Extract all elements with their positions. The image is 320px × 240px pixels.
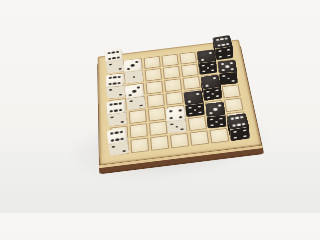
- die-front-face: [108, 142, 129, 156]
- pip: [202, 70, 205, 72]
- pip: [218, 104, 222, 107]
- cell-d4[interactable]: [165, 91, 183, 105]
- pip: [189, 112, 192, 114]
- cell-a1[interactable]: [108, 60, 125, 73]
- pip: [175, 126, 178, 128]
- cell-f4[interactable]: [202, 86, 221, 100]
- cell-c7[interactable]: [150, 135, 169, 150]
- pip: [243, 129, 246, 132]
- pip: [216, 95, 219, 98]
- cell-b7[interactable]: [130, 137, 149, 153]
- pip: [232, 80, 235, 82]
- pip: [219, 56, 222, 58]
- pip: [230, 117, 234, 120]
- board-grid: [98, 39, 262, 165]
- pip: [216, 89, 219, 92]
- pip: [237, 123, 241, 126]
- pip: [217, 44, 221, 47]
- white-die-d6[interactable]: [168, 118, 187, 133]
- pip: [221, 63, 225, 66]
- die-front-face: [167, 120, 187, 133]
- pip: [211, 63, 214, 65]
- white-die-a3[interactable]: [108, 85, 126, 99]
- die-front-face: [219, 72, 238, 85]
- pip: [117, 76, 120, 79]
- pip: [226, 65, 230, 68]
- game-board: [98, 39, 262, 165]
- die-front-face: [126, 96, 146, 110]
- pip: [210, 118, 213, 120]
- pip: [112, 57, 115, 60]
- white-die-a7[interactable]: [109, 139, 129, 156]
- cell-b5[interactable]: [128, 109, 146, 124]
- pip: [221, 43, 225, 46]
- pip: [209, 112, 213, 115]
- product-photo: [0, 0, 320, 213]
- pip: [206, 67, 209, 69]
- pip: [207, 96, 210, 99]
- pip: [188, 100, 192, 103]
- pip: [115, 131, 119, 134]
- pip: [227, 49, 230, 51]
- pip: [239, 116, 243, 119]
- pip: [111, 139, 115, 142]
- pip: [222, 69, 226, 72]
- pip: [132, 76, 135, 78]
- die-front-face: [230, 127, 250, 142]
- cell-c4[interactable]: [146, 93, 164, 107]
- cell-d1[interactable]: [161, 54, 178, 67]
- pip: [115, 138, 119, 141]
- black-die-f4[interactable]: [201, 86, 222, 101]
- cell-c1[interactable]: [143, 56, 160, 69]
- cell-g7[interactable]: [228, 125, 248, 140]
- pip: [198, 105, 201, 107]
- pip: [136, 86, 140, 89]
- pip: [120, 137, 124, 140]
- cell-g4[interactable]: [221, 84, 240, 98]
- pip: [109, 63, 112, 65]
- black-die-e5[interactable]: [185, 102, 205, 117]
- cell-d6[interactable]: [168, 118, 187, 133]
- pip: [109, 89, 112, 91]
- pip: [211, 93, 214, 96]
- pip: [108, 52, 111, 55]
- cell-c6[interactable]: [148, 121, 167, 136]
- pip: [212, 77, 216, 80]
- pip: [202, 64, 205, 66]
- black-die-f2[interactable]: [198, 61, 217, 75]
- pip: [208, 52, 212, 55]
- pip: [119, 68, 122, 70]
- pip: [201, 58, 205, 61]
- die-front-face: [106, 86, 126, 99]
- pip: [226, 43, 230, 46]
- black-die-g7[interactable]: [228, 125, 250, 142]
- pip: [196, 93, 200, 96]
- pip: [127, 67, 130, 70]
- pip: [199, 111, 202, 113]
- pip: [229, 62, 233, 65]
- pip: [241, 122, 245, 125]
- cell-a3[interactable]: [108, 85, 125, 99]
- pip: [121, 121, 124, 123]
- pip: [210, 124, 213, 126]
- pip: [140, 104, 143, 106]
- pip: [131, 64, 134, 67]
- pip: [220, 117, 223, 119]
- pip: [222, 75, 225, 77]
- pip: [224, 37, 228, 40]
- scene: [70, 0, 278, 202]
- pip: [213, 108, 217, 111]
- pip: [218, 50, 221, 52]
- pip: [110, 132, 114, 135]
- pip: [205, 84, 209, 87]
- pip: [119, 94, 122, 96]
- pip: [228, 54, 231, 56]
- pip: [170, 123, 173, 125]
- cell-b6[interactable]: [129, 123, 147, 138]
- pip: [116, 51, 119, 54]
- cell-f2[interactable]: [198, 61, 216, 74]
- pip: [215, 121, 218, 123]
- pip: [135, 61, 138, 64]
- pip: [230, 68, 234, 71]
- pip: [117, 82, 120, 85]
- cell-d3[interactable]: [164, 78, 182, 92]
- pip: [111, 146, 115, 149]
- pip: [216, 39, 220, 42]
- pip: [118, 102, 122, 105]
- cell-f6[interactable]: [207, 113, 227, 128]
- pip: [109, 77, 112, 80]
- pip: [109, 103, 113, 106]
- pip: [206, 91, 209, 94]
- pip: [132, 90, 136, 93]
- cell-a7[interactable]: [110, 140, 128, 156]
- pip: [112, 51, 115, 54]
- pip: [170, 116, 174, 119]
- pip: [211, 69, 214, 71]
- die-front-face: [185, 103, 205, 117]
- cell-e1[interactable]: [179, 51, 197, 64]
- cell-e7[interactable]: [189, 130, 209, 145]
- pip: [119, 108, 123, 111]
- pip: [108, 57, 111, 60]
- pip: [116, 56, 119, 59]
- pip: [123, 150, 126, 153]
- pip: [109, 82, 112, 85]
- pip: [193, 109, 196, 111]
- cell-c3[interactable]: [145, 80, 163, 94]
- pip: [129, 100, 132, 103]
- pip: [114, 103, 118, 106]
- pip: [179, 116, 183, 119]
- cell-d7[interactable]: [169, 133, 188, 148]
- cell-e6[interactable]: [187, 116, 206, 131]
- pip: [128, 94, 132, 97]
- cell-c2[interactable]: [144, 68, 161, 81]
- pip: [243, 135, 246, 138]
- cell-d2[interactable]: [162, 66, 180, 79]
- cell-e2[interactable]: [180, 63, 198, 76]
- cell-b4[interactable]: [128, 96, 146, 110]
- pip: [114, 109, 118, 112]
- pip: [178, 109, 182, 112]
- pip: [110, 110, 114, 113]
- pip: [110, 116, 113, 118]
- cell-e3[interactable]: [182, 76, 200, 90]
- cell-g3[interactable]: [219, 71, 238, 84]
- black-die-f6[interactable]: [206, 113, 226, 128]
- pip: [119, 130, 123, 133]
- pip: [235, 116, 239, 119]
- pip: [220, 123, 223, 125]
- pip: [188, 107, 191, 109]
- cell-f7[interactable]: [209, 128, 229, 143]
- pip: [220, 38, 224, 41]
- die-front-face: [203, 87, 222, 101]
- white-die-b4[interactable]: [127, 95, 146, 110]
- die-front-face: [199, 61, 218, 75]
- pip: [234, 136, 237, 139]
- die-front-face: [207, 115, 227, 128]
- cell-g5[interactable]: [223, 97, 243, 111]
- pip: [169, 110, 173, 113]
- pip: [180, 128, 183, 130]
- pip: [232, 124, 236, 127]
- pip: [113, 82, 116, 85]
- cell-c5[interactable]: [147, 107, 165, 121]
- pip: [227, 77, 230, 79]
- cell-e5[interactable]: [185, 102, 204, 116]
- pip: [113, 76, 116, 79]
- black-die-g3[interactable]: [219, 71, 238, 85]
- pip: [233, 131, 236, 134]
